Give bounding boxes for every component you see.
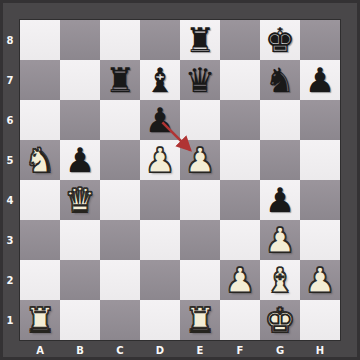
square-c8[interactable]: [100, 20, 140, 60]
square-d7[interactable]: ♝: [140, 60, 180, 100]
black-rook-c7[interactable]: ♜: [100, 60, 140, 100]
square-d4[interactable]: [140, 180, 180, 220]
file-label-f: F: [220, 340, 260, 360]
chess-board-window: 87654321 ♜♚♜♝♛♞♟♟♞♟♟♟♛♟♟♟♝♟♜♜♚ ABCDEFGH: [0, 0, 360, 360]
white-pawn-e5[interactable]: ♟: [180, 140, 220, 180]
square-h7[interactable]: ♟: [300, 60, 340, 100]
square-e6[interactable]: [180, 100, 220, 140]
square-f4[interactable]: [220, 180, 260, 220]
square-b8[interactable]: [60, 20, 100, 60]
file-label-a: A: [20, 340, 60, 360]
square-d3[interactable]: [140, 220, 180, 260]
black-king-g8[interactable]: ♚: [260, 20, 300, 60]
square-d2[interactable]: [140, 260, 180, 300]
square-e1[interactable]: ♜: [180, 300, 220, 340]
square-b3[interactable]: [60, 220, 100, 260]
square-g8[interactable]: ♚: [260, 20, 300, 60]
rank-labels: 87654321: [0, 20, 20, 340]
file-label-d: D: [140, 340, 180, 360]
square-c7[interactable]: ♜: [100, 60, 140, 100]
square-f6[interactable]: [220, 100, 260, 140]
square-g1[interactable]: ♚: [260, 300, 300, 340]
square-e4[interactable]: [180, 180, 220, 220]
square-c3[interactable]: [100, 220, 140, 260]
white-knight-a5[interactable]: ♞: [20, 140, 60, 180]
square-f3[interactable]: [220, 220, 260, 260]
square-c5[interactable]: [100, 140, 140, 180]
square-h4[interactable]: [300, 180, 340, 220]
square-b5[interactable]: ♟: [60, 140, 100, 180]
rank-label-3: 3: [0, 220, 20, 260]
chess-board: ♜♚♜♝♛♞♟♟♞♟♟♟♛♟♟♟♝♟♜♜♚: [20, 20, 340, 340]
black-queen-e7[interactable]: ♛: [180, 60, 220, 100]
file-label-e: E: [180, 340, 220, 360]
white-king-g1[interactable]: ♚: [260, 300, 300, 340]
square-f5[interactable]: [220, 140, 260, 180]
square-b6[interactable]: [60, 100, 100, 140]
black-rook-e8[interactable]: ♜: [180, 20, 220, 60]
square-h1[interactable]: [300, 300, 340, 340]
file-label-h: H: [300, 340, 340, 360]
square-b2[interactable]: [60, 260, 100, 300]
file-labels: ABCDEFGH: [20, 340, 340, 360]
square-c6[interactable]: [100, 100, 140, 140]
square-g6[interactable]: [260, 100, 300, 140]
black-pawn-b5[interactable]: ♟: [60, 140, 100, 180]
white-bishop-g2[interactable]: ♝: [260, 260, 300, 300]
square-e2[interactable]: [180, 260, 220, 300]
square-c1[interactable]: [100, 300, 140, 340]
square-a1[interactable]: ♜: [20, 300, 60, 340]
square-c4[interactable]: [100, 180, 140, 220]
file-label-g: G: [260, 340, 300, 360]
white-pawn-f2[interactable]: ♟: [220, 260, 260, 300]
square-d8[interactable]: [140, 20, 180, 60]
square-f7[interactable]: [220, 60, 260, 100]
rank-label-1: 1: [0, 300, 20, 340]
white-queen-b4[interactable]: ♛: [60, 180, 100, 220]
rank-label-4: 4: [0, 180, 20, 220]
square-f1[interactable]: [220, 300, 260, 340]
square-e8[interactable]: ♜: [180, 20, 220, 60]
square-e3[interactable]: [180, 220, 220, 260]
file-label-c: C: [100, 340, 140, 360]
square-a7[interactable]: [20, 60, 60, 100]
square-a4[interactable]: [20, 180, 60, 220]
square-a3[interactable]: [20, 220, 60, 260]
square-d6[interactable]: ♟: [140, 100, 180, 140]
square-h3[interactable]: [300, 220, 340, 260]
square-b4[interactable]: ♛: [60, 180, 100, 220]
square-b7[interactable]: [60, 60, 100, 100]
square-f2[interactable]: ♟: [220, 260, 260, 300]
square-g4[interactable]: ♟: [260, 180, 300, 220]
black-knight-g7[interactable]: ♞: [260, 60, 300, 100]
black-bishop-d7[interactable]: ♝: [140, 60, 180, 100]
square-e5[interactable]: ♟: [180, 140, 220, 180]
square-a2[interactable]: [20, 260, 60, 300]
square-f8[interactable]: [220, 20, 260, 60]
rank-label-2: 2: [0, 260, 20, 300]
square-h8[interactable]: [300, 20, 340, 60]
square-h5[interactable]: [300, 140, 340, 180]
square-b1[interactable]: [60, 300, 100, 340]
rank-label-7: 7: [0, 60, 20, 100]
white-pawn-g3[interactable]: ♟: [260, 220, 300, 260]
square-h6[interactable]: [300, 100, 340, 140]
white-rook-e1[interactable]: ♜: [180, 300, 220, 340]
square-h2[interactable]: ♟: [300, 260, 340, 300]
white-pawn-h2[interactable]: ♟: [300, 260, 340, 300]
black-pawn-h7[interactable]: ♟: [300, 60, 340, 100]
rank-label-5: 5: [0, 140, 20, 180]
square-a6[interactable]: [20, 100, 60, 140]
black-pawn-d6[interactable]: ♟: [140, 100, 180, 140]
file-label-b: B: [60, 340, 100, 360]
square-d1[interactable]: [140, 300, 180, 340]
rank-label-6: 6: [0, 100, 20, 140]
square-a5[interactable]: ♞: [20, 140, 60, 180]
white-pawn-d5[interactable]: ♟: [140, 140, 180, 180]
square-g2[interactable]: ♝: [260, 260, 300, 300]
square-g7[interactable]: ♞: [260, 60, 300, 100]
square-a8[interactable]: [20, 20, 60, 60]
square-g3[interactable]: ♟: [260, 220, 300, 260]
square-d5[interactable]: ♟: [140, 140, 180, 180]
rank-label-8: 8: [0, 20, 20, 60]
square-c2[interactable]: [100, 260, 140, 300]
square-e7[interactable]: ♛: [180, 60, 220, 100]
square-g5[interactable]: [260, 140, 300, 180]
black-pawn-g4[interactable]: ♟: [260, 180, 300, 220]
white-rook-a1[interactable]: ♜: [20, 300, 60, 340]
